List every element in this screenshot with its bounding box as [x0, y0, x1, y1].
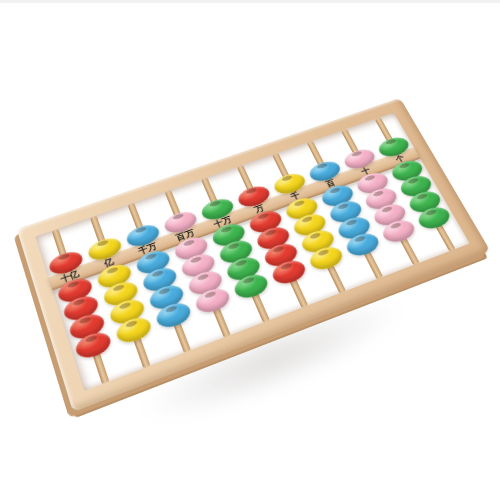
photo-top-edge — [0, 0, 500, 3]
